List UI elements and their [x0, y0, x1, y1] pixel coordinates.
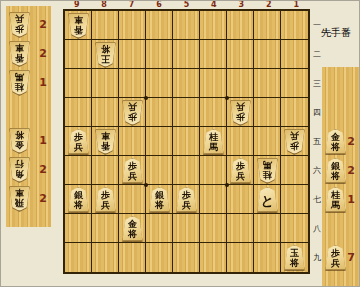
square-37[interactable] — [227, 185, 254, 214]
square-96[interactable] — [65, 156, 92, 185]
square-63[interactable] — [146, 69, 173, 98]
sente-hand-slot-2 — [322, 98, 359, 127]
square-75[interactable] — [119, 127, 146, 156]
gote-captured-tray: 歩兵2香車2桂馬1金将1角行2飛車2 — [6, 6, 51, 227]
sente-hand-slot-3[interactable]: 金将2 — [322, 127, 359, 156]
square-31[interactable] — [227, 11, 254, 40]
square-84[interactable] — [92, 98, 119, 127]
gote-piece-桂馬-at-2六[interactable]: 桂馬 — [257, 158, 278, 183]
square-98[interactable] — [65, 214, 92, 243]
square-43[interactable] — [200, 69, 227, 98]
file-label-5: 5 — [173, 0, 200, 9]
sente-piece-歩兵-at-7六[interactable]: 歩兵 — [122, 158, 143, 183]
square-17[interactable] — [281, 185, 308, 214]
square-38[interactable] — [227, 214, 254, 243]
gote-hand-count-桂馬: 1 — [39, 76, 49, 89]
sente-piece-玉将-at-1九[interactable]: 玉将 — [284, 245, 305, 270]
square-79[interactable] — [119, 243, 146, 272]
turn-indicator: 先手番 — [321, 26, 351, 40]
square-77[interactable] — [119, 185, 146, 214]
square-81[interactable] — [92, 11, 119, 40]
sente-piece-桂馬-at-4五[interactable]: 桂馬 — [203, 129, 224, 154]
file-labels: 987654321 — [63, 0, 310, 9]
square-99[interactable] — [65, 243, 92, 272]
sente-piece-と-at-2七[interactable]: と — [257, 187, 278, 212]
sente-hand-count-金将: 2 — [347, 135, 357, 148]
square-66[interactable] — [146, 156, 173, 185]
gote-piece-角行[interactable]: 角行 — [9, 157, 30, 182]
hoshi-dot — [225, 183, 229, 187]
sente-piece-金将[interactable]: 金将 — [325, 129, 346, 154]
hoshi-dot — [144, 183, 148, 187]
square-32[interactable] — [227, 40, 254, 69]
sente-hand-count-歩兵: 7 — [347, 251, 357, 264]
square-69[interactable] — [146, 243, 173, 272]
square-86[interactable] — [92, 156, 119, 185]
square-25[interactable] — [254, 127, 281, 156]
sente-piece-金将-at-7八[interactable]: 金将 — [122, 216, 143, 241]
gote-piece-桂馬[interactable]: 桂馬 — [9, 70, 30, 95]
gote-hand-count-角行: 2 — [39, 163, 49, 176]
square-21[interactable] — [254, 11, 281, 40]
board-frame: 香車王将歩兵歩兵歩兵香車桂馬歩兵歩兵歩兵桂馬銀将歩兵銀将歩兵と金将玉将 — [63, 9, 310, 274]
square-62[interactable] — [146, 40, 173, 69]
gote-hand-slot-1[interactable]: 歩兵2 — [6, 10, 51, 39]
file-label-9: 9 — [63, 0, 90, 9]
gote-piece-香車[interactable]: 香車 — [9, 41, 30, 66]
square-53[interactable] — [173, 69, 200, 98]
square-94[interactable] — [65, 98, 92, 127]
gote-hand-slot-6[interactable]: 角行2 — [6, 155, 51, 184]
square-48[interactable] — [200, 214, 227, 243]
square-56[interactable] — [173, 156, 200, 185]
square-35[interactable] — [227, 127, 254, 156]
file-label-6: 6 — [145, 0, 172, 9]
gote-hand-count-金将: 1 — [39, 134, 49, 147]
square-42[interactable] — [200, 40, 227, 69]
sente-hand-slot-4[interactable]: 銀将2 — [322, 156, 359, 185]
file-label-4: 4 — [200, 0, 227, 9]
square-83[interactable] — [92, 69, 119, 98]
sente-piece-歩兵[interactable]: 歩兵 — [325, 245, 346, 270]
square-61[interactable] — [146, 11, 173, 40]
gote-hand-slot-7[interactable]: 飛車2 — [6, 184, 51, 213]
square-39[interactable] — [227, 243, 254, 272]
square-59[interactable] — [173, 243, 200, 272]
square-72[interactable] — [119, 40, 146, 69]
square-24[interactable] — [254, 98, 281, 127]
sente-piece-桂馬[interactable]: 桂馬 — [325, 187, 346, 212]
gote-piece-歩兵-at-3四[interactable]: 歩兵 — [230, 100, 251, 125]
gote-piece-歩兵-at-1五[interactable]: 歩兵 — [284, 129, 305, 154]
square-16[interactable] — [281, 156, 308, 185]
sente-piece-銀将-at-6七[interactable]: 銀将 — [149, 187, 170, 212]
square-73[interactable] — [119, 69, 146, 98]
square-93[interactable] — [65, 69, 92, 98]
square-58[interactable] — [173, 214, 200, 243]
gote-hand-count-歩兵: 2 — [39, 18, 49, 31]
square-92[interactable] — [65, 40, 92, 69]
square-52[interactable] — [173, 40, 200, 69]
gote-piece-金将[interactable]: 金将 — [9, 128, 30, 153]
square-71[interactable] — [119, 11, 146, 40]
shogi-diagram: 歩兵2香車2桂馬1金将1角行2飛車2 987654321 香車王将歩兵歩兵歩兵香… — [0, 0, 360, 287]
square-54[interactable] — [173, 98, 200, 127]
file-label-8: 8 — [90, 0, 117, 9]
square-22[interactable] — [254, 40, 281, 69]
gote-hand-slot-4 — [6, 97, 51, 126]
gote-piece-歩兵[interactable]: 歩兵 — [9, 12, 30, 37]
sente-piece-歩兵-at-8七[interactable]: 歩兵 — [95, 187, 116, 212]
gote-piece-歩兵-at-7四[interactable]: 歩兵 — [122, 100, 143, 125]
sente-piece-歩兵-at-9五[interactable]: 歩兵 — [68, 129, 89, 154]
file-label-7: 7 — [118, 0, 145, 9]
square-13[interactable] — [281, 69, 308, 98]
sente-hand-count-桂馬: 1 — [347, 193, 357, 206]
gote-piece-王将-at-8二[interactable]: 王将 — [95, 42, 116, 67]
square-23[interactable] — [254, 69, 281, 98]
square-12[interactable] — [281, 40, 308, 69]
square-51[interactable] — [173, 11, 200, 40]
square-14[interactable] — [281, 98, 308, 127]
sente-hand-slot-1 — [322, 69, 359, 98]
square-41[interactable] — [200, 11, 227, 40]
square-44[interactable] — [200, 98, 227, 127]
square-28[interactable] — [254, 214, 281, 243]
sente-hand-slot-7[interactable]: 歩兵7 — [322, 243, 359, 272]
gote-hand-slot-5[interactable]: 金将1 — [6, 126, 51, 155]
square-46[interactable] — [200, 156, 227, 185]
sente-hand-count-銀将: 2 — [347, 164, 357, 177]
gote-hand-count-香車: 2 — [39, 47, 49, 60]
file-label-1: 1 — [283, 0, 310, 9]
hoshi-dot — [144, 96, 148, 100]
sente-piece-銀将[interactable]: 銀将 — [325, 158, 346, 183]
shogi-board[interactable]: 香車王将歩兵歩兵歩兵香車桂馬歩兵歩兵歩兵桂馬銀将歩兵銀将歩兵と金将玉将 — [63, 9, 310, 274]
square-18[interactable] — [281, 214, 308, 243]
gote-hand-slot-3[interactable]: 桂馬1 — [6, 68, 51, 97]
square-11[interactable] — [281, 11, 308, 40]
square-49[interactable] — [200, 243, 227, 272]
gote-piece-香車-at-8五[interactable]: 香車 — [95, 129, 116, 154]
square-89[interactable] — [92, 243, 119, 272]
square-47[interactable] — [200, 185, 227, 214]
sente-piece-銀将-at-9七[interactable]: 銀将 — [68, 187, 89, 212]
sente-hand-slot-5[interactable]: 桂馬1 — [322, 185, 359, 214]
gote-piece-香車-at-9一[interactable]: 香車 — [68, 13, 89, 38]
square-29[interactable] — [254, 243, 281, 272]
gote-piece-飛車[interactable]: 飛車 — [9, 186, 30, 211]
square-33[interactable] — [227, 69, 254, 98]
sente-captured-tray: 金将2銀将2桂馬1歩兵7 — [322, 67, 359, 287]
hoshi-dot — [225, 96, 229, 100]
square-55[interactable] — [173, 127, 200, 156]
gote-hand-count-飛車: 2 — [39, 192, 49, 205]
square-64[interactable] — [146, 98, 173, 127]
square-68[interactable] — [146, 214, 173, 243]
square-88[interactable] — [92, 214, 119, 243]
file-label-2: 2 — [255, 0, 282, 9]
gote-hand-slot-2[interactable]: 香車2 — [6, 39, 51, 68]
file-label-3: 3 — [228, 0, 255, 9]
sente-piece-歩兵-at-3六[interactable]: 歩兵 — [230, 158, 251, 183]
sente-piece-歩兵-at-5七[interactable]: 歩兵 — [176, 187, 197, 212]
sente-hand-slot-6 — [322, 214, 359, 243]
rank-label-2: 二 — [311, 40, 323, 69]
square-65[interactable] — [146, 127, 173, 156]
